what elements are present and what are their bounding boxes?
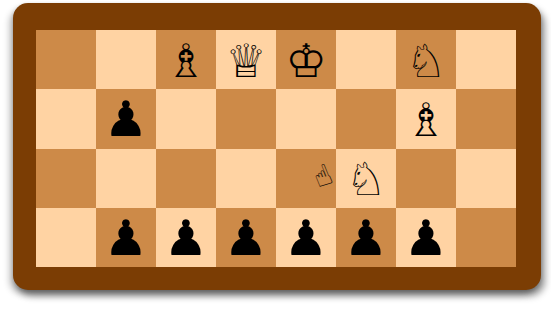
square-r1c3[interactable]: ♗	[156, 30, 216, 89]
square-r1c8[interactable]	[456, 30, 516, 89]
white-bishop-piece[interactable]: ♗	[405, 97, 446, 143]
white-queen-piece[interactable]: ♕	[225, 38, 266, 84]
square-r3c6[interactable]: ♘	[336, 149, 396, 208]
square-r3c4[interactable]	[216, 149, 276, 208]
square-r2c2[interactable]: ♟	[96, 89, 156, 148]
square-r2c3[interactable]	[156, 89, 216, 148]
square-r1c7[interactable]: ♘	[396, 30, 456, 89]
square-r2c6[interactable]	[336, 89, 396, 148]
square-r1c1[interactable]	[36, 30, 96, 89]
black-pawn-piece[interactable]: ♟	[104, 95, 148, 144]
square-r2c7[interactable]: ♗	[396, 89, 456, 148]
square-r1c6[interactable]	[336, 30, 396, 89]
square-r1c4[interactable]: ♕	[216, 30, 276, 89]
square-r3c3[interactable]	[156, 149, 216, 208]
square-r4c4[interactable]: ♟	[216, 208, 276, 267]
square-r4c8[interactable]	[456, 208, 516, 267]
square-r4c7[interactable]: ♟	[396, 208, 456, 267]
white-bishop-piece[interactable]: ♗	[165, 38, 206, 84]
square-r4c1[interactable]	[36, 208, 96, 267]
white-knight-piece[interactable]: ♘	[405, 38, 446, 84]
square-r3c1[interactable]	[36, 149, 96, 208]
white-knight-piece[interactable]: ♘	[345, 156, 386, 202]
black-pawn-piece[interactable]: ♟	[164, 214, 208, 263]
square-r3c2[interactable]	[96, 149, 156, 208]
square-r2c8[interactable]	[456, 89, 516, 148]
chess-board: ♗♕♔♘♟♗♘♟♟♟♟♟♟	[36, 30, 516, 267]
square-r2c5[interactable]	[276, 89, 336, 148]
square-r1c5[interactable]: ♔	[276, 30, 336, 89]
square-r1c2[interactable]	[96, 30, 156, 89]
square-r2c4[interactable]	[216, 89, 276, 148]
white-king-piece[interactable]: ♔	[285, 38, 326, 84]
square-r4c2[interactable]: ♟	[96, 208, 156, 267]
black-pawn-piece[interactable]: ♟	[224, 214, 268, 263]
square-r3c7[interactable]	[396, 149, 456, 208]
square-r4c3[interactable]: ♟	[156, 208, 216, 267]
chess-board-frame: ♗♕♔♘♟♗♘♟♟♟♟♟♟	[13, 3, 541, 290]
square-r3c8[interactable]	[456, 149, 516, 208]
square-r2c1[interactable]	[36, 89, 96, 148]
square-r3c5[interactable]	[276, 149, 336, 208]
black-pawn-piece[interactable]: ♟	[404, 214, 448, 263]
square-r4c5[interactable]: ♟	[276, 208, 336, 267]
black-pawn-piece[interactable]: ♟	[344, 214, 388, 263]
chess-demo-canvas: ♗♕♔♘♟♗♘♟♟♟♟♟♟ ☝	[0, 0, 551, 310]
black-pawn-piece[interactable]: ♟	[104, 214, 148, 263]
square-r4c6[interactable]: ♟	[336, 208, 396, 267]
black-pawn-piece[interactable]: ♟	[284, 214, 328, 263]
